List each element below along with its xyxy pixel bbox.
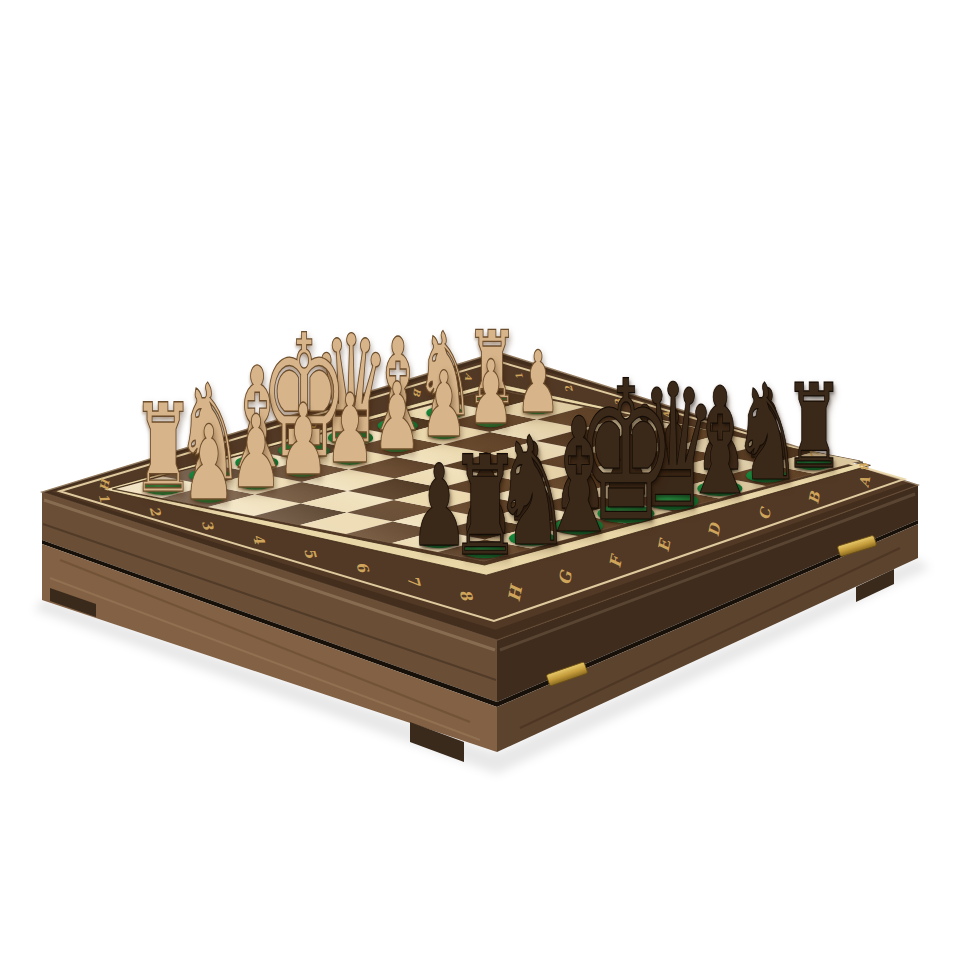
chess-set-photo-scene: 1HH12GG23FF34EE45DD56CC67BB78AA8 ♜♞♝♛♚♝♞… xyxy=(0,0,970,970)
white-pawn-glyph: ♟ xyxy=(182,412,236,516)
white-pawn-glyph: ♟ xyxy=(325,381,375,477)
pieces-layer: ♜♞♝♛♚♝♞♜♟♟♟♟♟♟♟♟♟♟♟♟♟♟♟♟♜♞♝♛♚♝♞♜ xyxy=(0,0,970,970)
white-pawn-glyph: ♟ xyxy=(277,391,328,490)
black-rook-glyph: ♜ xyxy=(449,439,521,577)
white-pawn-glyph: ♟ xyxy=(229,402,282,503)
